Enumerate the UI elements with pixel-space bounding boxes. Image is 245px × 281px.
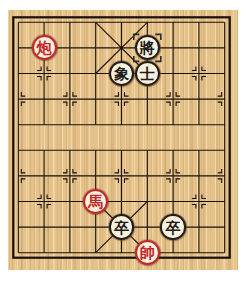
piece-red-general[interactable]: 帥 xyxy=(135,240,160,265)
board-grid[interactable]: 炮將象士馬卒卒帥 xyxy=(5,10,237,266)
page: 炮將象士馬卒卒帥 xyxy=(0,0,245,281)
piece-glyph: 帥 xyxy=(140,246,155,261)
piece-glyph: 炮 xyxy=(37,41,52,56)
piece-glyph: 將 xyxy=(140,41,155,56)
piece-black-pawn-right[interactable]: 卒 xyxy=(160,214,185,239)
piece-black-elephant[interactable]: 象 xyxy=(109,61,134,86)
piece-red-cannon[interactable]: 炮 xyxy=(32,35,57,60)
piece-black-pawn-left[interactable]: 卒 xyxy=(109,214,134,239)
piece-red-horse[interactable]: 馬 xyxy=(83,189,108,214)
piece-glyph: 馬 xyxy=(88,194,103,209)
piece-glyph: 士 xyxy=(140,66,155,81)
piece-glyph: 卒 xyxy=(166,220,181,235)
piece-black-advisor[interactable]: 士 xyxy=(135,61,160,86)
xiangqi-board[interactable]: 炮將象士馬卒卒帥 xyxy=(8,10,238,270)
piece-glyph: 卒 xyxy=(114,220,129,235)
piece-black-general[interactable]: 將 xyxy=(135,35,160,60)
piece-glyph: 象 xyxy=(114,66,129,81)
